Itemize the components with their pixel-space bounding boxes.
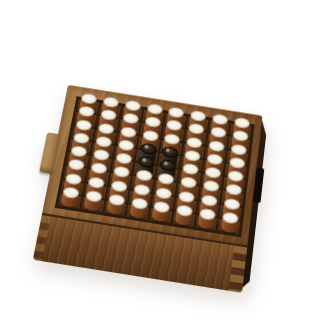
- board-cell-f8[interactable]: [171, 210, 196, 228]
- board-cell-e8[interactable]: [148, 206, 173, 224]
- peg-white-c8[interactable]: [107, 207, 123, 210]
- peg-white-g8[interactable]: [198, 221, 214, 224]
- board-cell-c8[interactable]: [103, 199, 128, 217]
- board-cell-g8[interactable]: [194, 214, 219, 232]
- board-cell-h8[interactable]: [217, 217, 242, 235]
- board-cell-b8[interactable]: [80, 196, 105, 214]
- peg-white-h8[interactable]: [221, 225, 237, 228]
- board-cell-a8[interactable]: [57, 192, 82, 210]
- peg-white-d8[interactable]: [130, 210, 146, 213]
- product-photo: [0, 0, 320, 320]
- othello-box: [33, 85, 262, 291]
- peg-white-f8[interactable]: [175, 218, 191, 221]
- peg-white-e8[interactable]: [153, 214, 169, 217]
- peg-white-a8[interactable]: [62, 200, 78, 203]
- board-grid: [55, 96, 255, 237]
- peg-white-b8[interactable]: [85, 203, 101, 206]
- board-cell-d8[interactable]: [125, 203, 150, 221]
